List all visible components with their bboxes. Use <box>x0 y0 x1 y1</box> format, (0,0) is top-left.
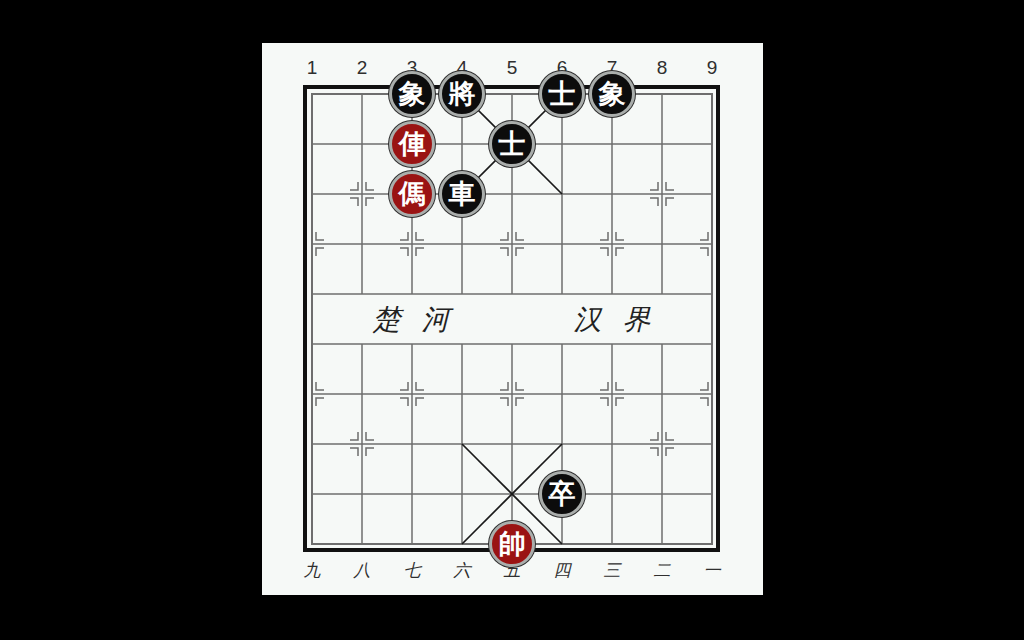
board-point-2-7 <box>337 419 387 469</box>
piece-black-soldier[interactable]: 卒 <box>539 471 585 517</box>
board-point-7-4 <box>587 269 637 319</box>
board-point-7-1 <box>587 119 637 169</box>
piece-red-general[interactable]: 帥 <box>489 521 535 567</box>
board-point-5-4 <box>487 269 537 319</box>
board-point-7-3 <box>587 219 637 269</box>
board-point-1-7 <box>287 419 337 469</box>
board-point-3-5 <box>387 319 437 369</box>
screen: 123456789 九八七六五四三二一 楚 河 汉 界 象將士象俥士傌車卒帥 <box>0 0 1024 640</box>
board-point-4-5 <box>437 319 487 369</box>
board-point-1-8 <box>287 469 337 519</box>
board-point-6-4 <box>537 269 587 319</box>
board-point-5-7 <box>487 419 537 469</box>
board-point-6-0: 士 <box>537 69 587 119</box>
board-point-5-1: 士 <box>487 119 537 169</box>
board-point-8-3 <box>637 219 687 269</box>
board-point-6-8: 卒 <box>537 469 587 519</box>
board-point-1-4 <box>287 269 337 319</box>
board-point-7-0: 象 <box>587 69 637 119</box>
board-point-3-2: 傌 <box>387 169 437 219</box>
board-point-5-9: 帥 <box>487 519 537 569</box>
piece-glyph: 俥 <box>399 130 426 157</box>
piece-glyph: 象 <box>399 80 426 107</box>
piece-glyph: 士 <box>549 80 576 107</box>
board-point-1-6 <box>287 369 337 419</box>
board-point-8-0 <box>637 69 687 119</box>
piece-black-advisor[interactable]: 士 <box>489 121 535 167</box>
board-point-2-1 <box>337 119 387 169</box>
board-point-2-8 <box>337 469 387 519</box>
board-point-4-7 <box>437 419 487 469</box>
board-point-5-2 <box>487 169 537 219</box>
xiangqi-board: 123456789 九八七六五四三二一 楚 河 汉 界 象將士象俥士傌車卒帥 <box>262 43 763 595</box>
board-point-2-0 <box>337 69 387 119</box>
board-point-3-9 <box>387 519 437 569</box>
board-point-5-6 <box>487 369 537 419</box>
board-point-3-1: 俥 <box>387 119 437 169</box>
piece-red-horse[interactable]: 傌 <box>389 171 435 217</box>
board-point-5-5 <box>487 319 537 369</box>
board-point-7-8 <box>587 469 637 519</box>
board-point-6-2 <box>537 169 587 219</box>
board-point-9-1 <box>687 119 737 169</box>
board-point-3-6 <box>387 369 437 419</box>
board-point-4-4 <box>437 269 487 319</box>
board-point-9-9 <box>687 519 737 569</box>
board-point-1-0 <box>287 69 337 119</box>
board-point-2-3 <box>337 219 387 269</box>
board-point-9-2 <box>687 169 737 219</box>
board-point-1-1 <box>287 119 337 169</box>
board-point-1-2 <box>287 169 337 219</box>
board-point-7-6 <box>587 369 637 419</box>
board-point-7-5 <box>587 319 637 369</box>
board-point-4-1 <box>437 119 487 169</box>
board-point-4-3 <box>437 219 487 269</box>
board-point-4-6 <box>437 369 487 419</box>
board-point-7-9 <box>587 519 637 569</box>
board-point-8-6 <box>637 369 687 419</box>
board-point-9-4 <box>687 269 737 319</box>
board-point-4-0: 將 <box>437 69 487 119</box>
board-point-2-2 <box>337 169 387 219</box>
board-point-8-2 <box>637 169 687 219</box>
board-point-1-5 <box>287 319 337 369</box>
board-point-2-9 <box>337 519 387 569</box>
board-point-9-3 <box>687 219 737 269</box>
board-point-5-0 <box>487 69 537 119</box>
board-point-9-8 <box>687 469 737 519</box>
piece-black-chariot[interactable]: 車 <box>439 171 485 217</box>
board-points-grid: 象將士象俥士傌車卒帥 <box>287 69 737 569</box>
piece-glyph: 象 <box>599 80 626 107</box>
board-point-3-4 <box>387 269 437 319</box>
piece-glyph: 帥 <box>499 530 526 557</box>
board-point-8-8 <box>637 469 687 519</box>
board-point-6-5 <box>537 319 587 369</box>
piece-glyph: 傌 <box>399 180 426 207</box>
board-point-3-7 <box>387 419 437 469</box>
piece-glyph: 卒 <box>549 480 576 507</box>
board-point-5-8 <box>487 469 537 519</box>
piece-glyph: 將 <box>449 80 476 107</box>
board-point-4-9 <box>437 519 487 569</box>
board-point-6-1 <box>537 119 587 169</box>
piece-black-elephant[interactable]: 象 <box>589 71 635 117</box>
board-point-2-4 <box>337 269 387 319</box>
board-point-9-7 <box>687 419 737 469</box>
board-point-3-8 <box>387 469 437 519</box>
board-point-9-0 <box>687 69 737 119</box>
board-point-2-6 <box>337 369 387 419</box>
board-point-1-9 <box>287 519 337 569</box>
board-point-9-6 <box>687 369 737 419</box>
piece-black-advisor[interactable]: 士 <box>539 71 585 117</box>
piece-black-elephant[interactable]: 象 <box>389 71 435 117</box>
board-point-8-1 <box>637 119 687 169</box>
board-point-8-4 <box>637 269 687 319</box>
board-point-4-8 <box>437 469 487 519</box>
board-point-4-2: 車 <box>437 169 487 219</box>
board-point-9-5 <box>687 319 737 369</box>
piece-glyph: 車 <box>449 180 476 207</box>
board-point-7-2 <box>587 169 637 219</box>
board-point-8-5 <box>637 319 687 369</box>
board-point-6-3 <box>537 219 587 269</box>
board-point-5-3 <box>487 219 537 269</box>
piece-red-chariot[interactable]: 俥 <box>389 121 435 167</box>
board-point-2-5 <box>337 319 387 369</box>
board-point-6-6 <box>537 369 587 419</box>
piece-glyph: 士 <box>499 130 526 157</box>
board-point-1-3 <box>287 219 337 269</box>
piece-black-general[interactable]: 將 <box>439 71 485 117</box>
board-point-8-7 <box>637 419 687 469</box>
board-point-3-0: 象 <box>387 69 437 119</box>
board-point-6-9 <box>537 519 587 569</box>
board-point-6-7 <box>537 419 587 469</box>
board-point-7-7 <box>587 419 637 469</box>
board-point-3-3 <box>387 219 437 269</box>
board-point-8-9 <box>637 519 687 569</box>
